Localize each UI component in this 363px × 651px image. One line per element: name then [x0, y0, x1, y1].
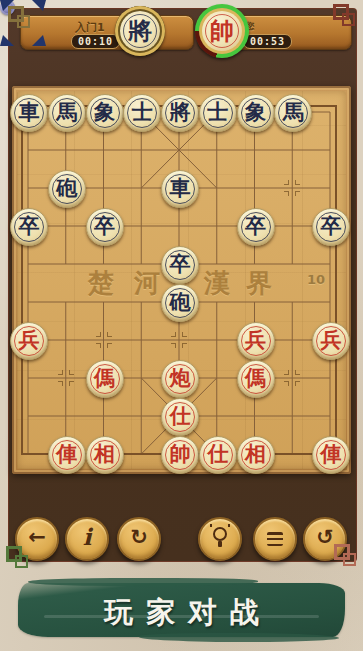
- ornament-top-left: [8, 6, 30, 28]
- player-timer: 00:53: [243, 34, 292, 49]
- piece-black-象[interactable]: 象: [86, 94, 124, 132]
- piece-black-士[interactable]: 士: [199, 94, 237, 132]
- xiangqi-app: 入门1 00:10 將 您 00:53 帥 楚河 漢界 10 車馬象士將士象馬砲…: [0, 0, 363, 651]
- point-marker: [58, 370, 74, 386]
- piece-black-將[interactable]: 將: [161, 94, 199, 132]
- piece-black-砲[interactable]: 砲: [48, 170, 86, 208]
- point-marker: [284, 370, 300, 386]
- piece-black-象[interactable]: 象: [237, 94, 275, 132]
- opponent-timer: 00:10: [71, 34, 120, 49]
- piece-red-帥[interactable]: 帥: [161, 436, 199, 474]
- point-marker: [171, 332, 187, 348]
- piece-black-卒[interactable]: 卒: [312, 208, 350, 246]
- piece-black-士[interactable]: 士: [123, 94, 161, 132]
- player-piece-badge-active: 帥: [195, 4, 249, 58]
- piece-red-傌[interactable]: 傌: [86, 360, 124, 398]
- lightbulb-icon: [213, 527, 227, 541]
- piece-black-車[interactable]: 車: [161, 170, 199, 208]
- point-marker: [96, 332, 112, 348]
- ornament-bottom-right: [334, 544, 356, 566]
- menu-icon: [267, 532, 283, 546]
- mode-banner: 玩家对战: [18, 583, 345, 637]
- swap-button[interactable]: ↻: [117, 517, 161, 561]
- hint-button[interactable]: [198, 517, 242, 561]
- piece-red-相[interactable]: 相: [237, 436, 275, 474]
- opponent-name: 入门1: [75, 20, 105, 35]
- piece-red-俥[interactable]: 俥: [48, 436, 86, 474]
- opponent-panel: 入门1 00:10: [20, 15, 194, 50]
- piece-red-仕[interactable]: 仕: [161, 398, 199, 436]
- info-button[interactable]: i: [65, 517, 109, 561]
- piece-black-馬[interactable]: 馬: [274, 94, 312, 132]
- mode-banner-text: 玩家对战: [18, 593, 345, 633]
- piece-red-兵[interactable]: 兵: [237, 322, 275, 360]
- opponent-piece-badge: 將: [115, 6, 165, 56]
- river-text-right: 漢界: [204, 266, 288, 301]
- info-icon: i: [67, 519, 107, 555]
- move-counter: 10: [307, 272, 325, 287]
- piece-red-兵[interactable]: 兵: [312, 322, 350, 360]
- point-marker: [284, 180, 300, 196]
- piece-red-炮[interactable]: 炮: [161, 360, 199, 398]
- menu-button[interactable]: [253, 517, 297, 561]
- piece-red-俥[interactable]: 俥: [312, 436, 350, 474]
- opponent-general-glyph: 將: [128, 17, 152, 45]
- piece-black-砲[interactable]: 砲: [161, 284, 199, 322]
- piece-red-兵[interactable]: 兵: [10, 322, 48, 360]
- piece-black-卒[interactable]: 卒: [86, 208, 124, 246]
- swap-icon: ↻: [119, 519, 159, 555]
- ornament-top-right: [333, 4, 355, 26]
- piece-black-卒[interactable]: 卒: [161, 246, 199, 284]
- piece-black-卒[interactable]: 卒: [10, 208, 48, 246]
- ornament-bottom-left: [6, 546, 28, 568]
- piece-black-馬[interactable]: 馬: [48, 94, 86, 132]
- piece-red-相[interactable]: 相: [86, 436, 124, 474]
- piece-red-傌[interactable]: 傌: [237, 360, 275, 398]
- piece-red-仕[interactable]: 仕: [199, 436, 237, 474]
- piece-black-車[interactable]: 車: [10, 94, 48, 132]
- piece-black-卒[interactable]: 卒: [237, 208, 275, 246]
- player-general-glyph: 帥: [210, 17, 234, 45]
